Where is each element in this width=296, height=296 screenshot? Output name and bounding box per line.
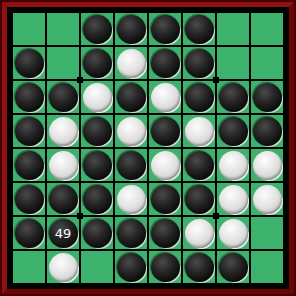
black-disc: [15, 185, 44, 214]
cell-h5[interactable]: [251, 149, 283, 181]
othello-app: 49: [0, 0, 296, 296]
cell-b3[interactable]: [47, 81, 79, 113]
cell-c4[interactable]: [81, 115, 113, 147]
cell-g7[interactable]: [217, 217, 249, 249]
star-point: [77, 77, 83, 83]
black-disc: [83, 219, 112, 248]
black-disc: [151, 219, 180, 248]
cell-c8[interactable]: [81, 251, 113, 283]
black-disc: [185, 151, 214, 180]
cell-a1[interactable]: [13, 13, 45, 45]
black-disc: [15, 219, 44, 248]
black-disc: [219, 253, 248, 282]
cell-f6[interactable]: [183, 183, 215, 215]
cell-g6[interactable]: [217, 183, 249, 215]
white-disc: [83, 83, 112, 112]
black-disc: [117, 253, 146, 282]
white-disc: [185, 219, 214, 248]
black-disc: [185, 185, 214, 214]
cell-b1[interactable]: [47, 13, 79, 45]
cell-a8[interactable]: [13, 251, 45, 283]
cell-c2[interactable]: [81, 47, 113, 79]
last-move-disc: 49: [49, 219, 78, 248]
cell-b7[interactable]: 49: [47, 217, 79, 249]
cell-f3[interactable]: [183, 81, 215, 113]
cell-f1[interactable]: [183, 13, 215, 45]
black-disc: [151, 253, 180, 282]
cell-f8[interactable]: [183, 251, 215, 283]
white-disc: [49, 151, 78, 180]
othello-board: 49: [11, 11, 285, 285]
white-disc: [117, 49, 146, 78]
cell-h6[interactable]: [251, 183, 283, 215]
cell-d3[interactable]: [115, 81, 147, 113]
black-disc: [49, 185, 78, 214]
cell-b5[interactable]: [47, 149, 79, 181]
cell-b6[interactable]: [47, 183, 79, 215]
cell-f7[interactable]: [183, 217, 215, 249]
cell-a6[interactable]: [13, 183, 45, 215]
cell-h4[interactable]: [251, 115, 283, 147]
board-frame-outer: 49: [0, 0, 296, 296]
cell-e8[interactable]: [149, 251, 181, 283]
white-disc: [117, 185, 146, 214]
cell-d1[interactable]: [115, 13, 147, 45]
white-disc: [117, 117, 146, 146]
cell-h7[interactable]: [251, 217, 283, 249]
cell-g3[interactable]: [217, 81, 249, 113]
board-frame-black: 49: [7, 7, 289, 289]
cell-g4[interactable]: [217, 115, 249, 147]
black-disc: [151, 15, 180, 44]
cell-e4[interactable]: [149, 115, 181, 147]
cell-e1[interactable]: [149, 13, 181, 45]
cell-c3[interactable]: [81, 81, 113, 113]
cell-e5[interactable]: [149, 149, 181, 181]
black-disc: [83, 49, 112, 78]
cell-e7[interactable]: [149, 217, 181, 249]
black-disc: [83, 15, 112, 44]
black-disc: [185, 253, 214, 282]
move-number-label: 49: [55, 227, 72, 240]
cell-a4[interactable]: [13, 115, 45, 147]
black-disc: [151, 117, 180, 146]
black-disc: [185, 83, 214, 112]
black-disc: [185, 15, 214, 44]
cell-e2[interactable]: [149, 47, 181, 79]
white-disc: [219, 185, 248, 214]
board-frame-red: 49: [2, 2, 294, 294]
white-disc: [151, 151, 180, 180]
black-disc: [83, 185, 112, 214]
cell-h1[interactable]: [251, 13, 283, 45]
black-disc: [15, 117, 44, 146]
cell-a5[interactable]: [13, 149, 45, 181]
black-disc: [253, 83, 282, 112]
cell-f4[interactable]: [183, 115, 215, 147]
black-disc: [83, 117, 112, 146]
cell-d6[interactable]: [115, 183, 147, 215]
cell-g2[interactable]: [217, 47, 249, 79]
cell-d7[interactable]: [115, 217, 147, 249]
cell-d5[interactable]: [115, 149, 147, 181]
cell-c6[interactable]: [81, 183, 113, 215]
black-disc: [151, 185, 180, 214]
white-disc: [185, 117, 214, 146]
white-disc: [49, 253, 78, 282]
black-disc: [83, 151, 112, 180]
black-disc: [49, 83, 78, 112]
cell-g8[interactable]: [217, 251, 249, 283]
cell-c5[interactable]: [81, 149, 113, 181]
white-disc: [219, 219, 248, 248]
cell-a3[interactable]: [13, 81, 45, 113]
cell-d2[interactable]: [115, 47, 147, 79]
black-disc: [15, 83, 44, 112]
cell-b8[interactable]: [47, 251, 79, 283]
black-disc: [117, 15, 146, 44]
white-disc: [253, 151, 282, 180]
black-disc: [185, 49, 214, 78]
cell-c1[interactable]: [81, 13, 113, 45]
cell-e3[interactable]: [149, 81, 181, 113]
cell-g1[interactable]: [217, 13, 249, 45]
cell-b2[interactable]: [47, 47, 79, 79]
black-disc: [253, 117, 282, 146]
black-disc: [117, 83, 146, 112]
star-point: [213, 213, 219, 219]
cell-h3[interactable]: [251, 81, 283, 113]
black-disc: [219, 83, 248, 112]
white-disc: [151, 83, 180, 112]
black-disc: [15, 49, 44, 78]
white-disc: [253, 185, 282, 214]
cell-h8[interactable]: [251, 251, 283, 283]
black-disc: [117, 151, 146, 180]
star-point: [213, 77, 219, 83]
cell-c7[interactable]: [81, 217, 113, 249]
white-disc: [49, 117, 78, 146]
cell-b4[interactable]: [47, 115, 79, 147]
white-disc: [219, 151, 248, 180]
cell-d8[interactable]: [115, 251, 147, 283]
black-disc: [219, 117, 248, 146]
cell-a7[interactable]: [13, 217, 45, 249]
cell-e6[interactable]: [149, 183, 181, 215]
black-disc: [15, 151, 44, 180]
cell-g5[interactable]: [217, 149, 249, 181]
cell-a2[interactable]: [13, 47, 45, 79]
star-point: [77, 213, 83, 219]
cell-d4[interactable]: [115, 115, 147, 147]
black-disc: [151, 49, 180, 78]
black-disc: [117, 219, 146, 248]
cell-f2[interactable]: [183, 47, 215, 79]
cell-f5[interactable]: [183, 149, 215, 181]
cell-h2[interactable]: [251, 47, 283, 79]
